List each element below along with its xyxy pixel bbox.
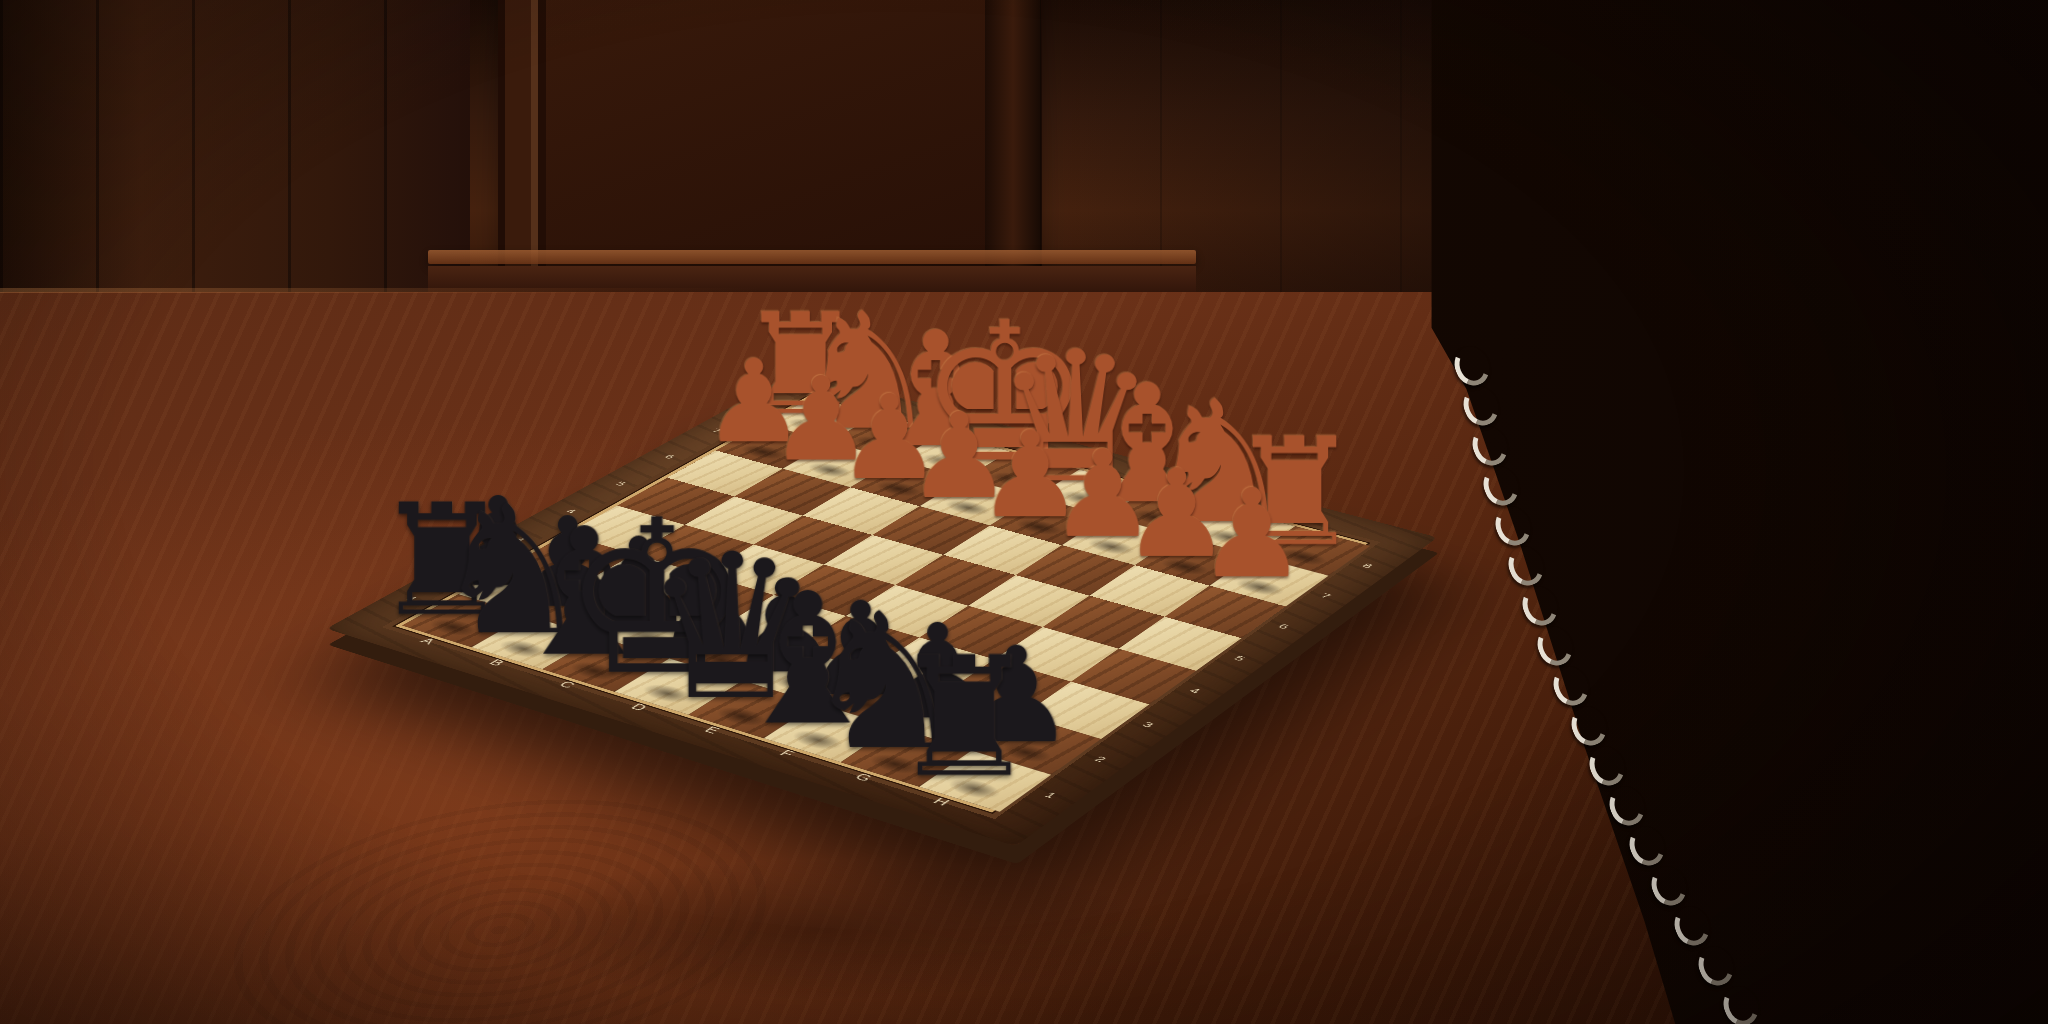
black-rook-h1: ♜	[890, 639, 1038, 796]
chessboard-scene: ♜♞♝♚♛♝♞♜♟♟♟♟♟♟♟♟♟♟♟♟♟♟♟♟♜♞♝♚♛♝♞♜ ABCDEFG…	[494, 182, 1294, 982]
board-squares-grid: ♜♞♝♚♛♝♞♜♟♟♟♟♟♟♟♟♟♟♟♟♟♟♟♟♜♞♝♚♛♝♞♜	[395, 396, 1368, 813]
chessboard: ♜♞♝♚♛♝♞♜♟♟♟♟♟♟♟♟♟♟♟♟♟♟♟♟♜♞♝♚♛♝♞♜ ABCDEFG…	[326, 371, 1437, 846]
red-pawn-h7: ♟	[1196, 477, 1306, 594]
photo-scene: ♜♞♝♚♛♝♞♜♟♟♟♟♟♟♟♟♟♟♟♟♟♟♟♟♜♞♝♚♛♝♞♜ ABCDEFG…	[0, 0, 2048, 1024]
